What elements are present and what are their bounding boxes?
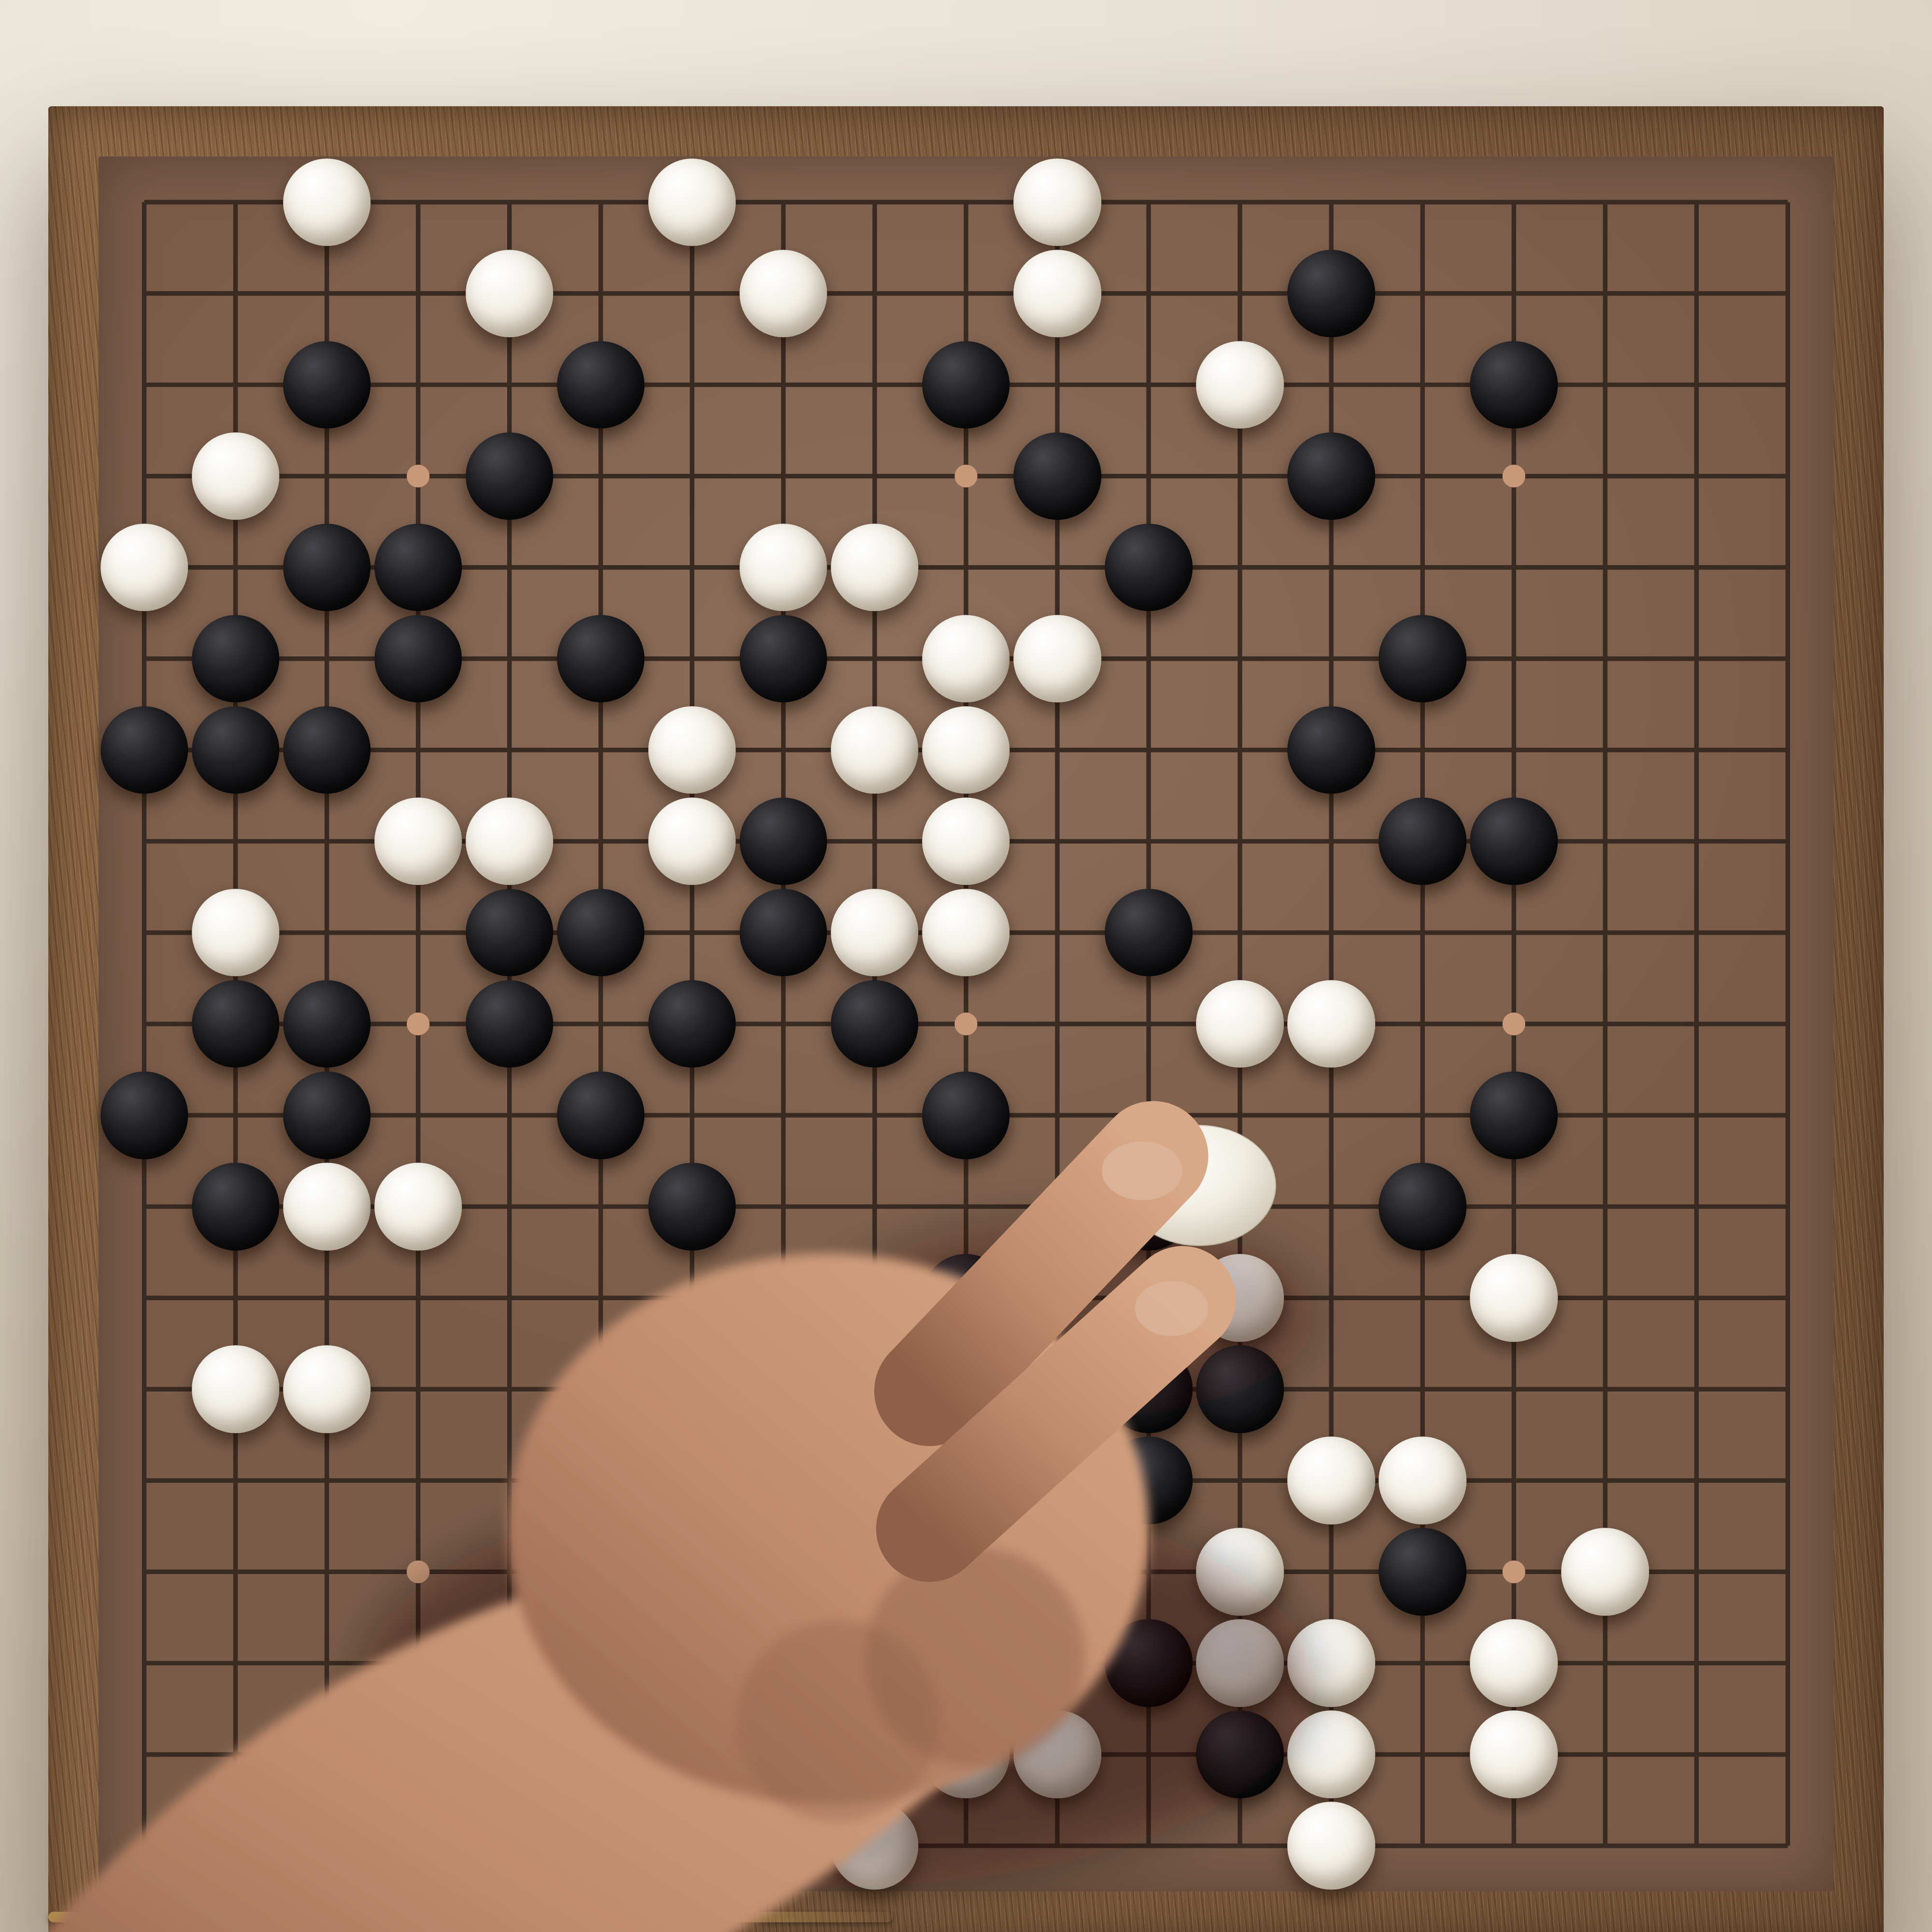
black-stone [1013,1437,1101,1524]
black-stone [100,706,188,794]
white-stone [1287,1711,1375,1798]
white-stone [1196,1254,1283,1341]
white-stone [831,524,918,611]
white-stone [283,1163,370,1250]
white-stone [922,797,1009,885]
white-stone [922,615,1009,702]
white-stone [739,1711,827,1798]
white-stone [648,158,736,246]
white-stone [1013,158,1101,246]
black-stone [1379,797,1466,885]
black-stone [192,980,279,1067]
black-stone [192,1163,279,1250]
white-stone [466,797,553,885]
black-stone [1196,1345,1283,1433]
black-stone [1470,341,1558,428]
white-stone [1470,1254,1558,1341]
white-stone [1287,1437,1375,1524]
white-stone [192,1345,279,1433]
white-stone [374,797,462,885]
black-stone [1287,706,1375,794]
black-stone [557,341,644,428]
white-stone [283,1345,370,1433]
white-stone [922,889,1009,976]
brass-inlay [48,1912,893,1922]
white-stone [1470,1711,1558,1798]
black-stone [1287,432,1375,520]
black-stone [283,524,370,611]
white-stone [831,889,918,976]
black-stone [557,1071,644,1159]
black-stone [374,524,462,611]
black-stone [1470,797,1558,885]
black-stone [1105,1437,1192,1524]
black-stone [192,706,279,794]
go-board-area [48,106,1884,1932]
black-stone [922,341,1009,428]
black-stone [466,432,553,520]
white-stone [100,524,188,611]
black-stone [466,889,553,976]
white-stone [192,432,279,520]
black-stone [1287,250,1375,337]
black-stone [557,889,644,976]
black-stone [922,1071,1009,1159]
white-stone [1287,980,1375,1067]
black-stone [1105,1619,1192,1707]
black-stone [283,341,370,428]
white-stone [1470,1619,1558,1707]
white-stone [1287,1802,1375,1889]
black-stone [922,1254,1009,1341]
black-stone [1105,889,1192,976]
white-stone [739,524,827,611]
black-stone [374,615,462,702]
black-stone [648,980,736,1067]
white-stone [1013,250,1101,337]
white-stone [648,797,736,885]
white-stone [1196,341,1283,428]
white-stone [1562,1528,1649,1616]
white-stone [831,706,918,794]
white-stone [922,1619,1009,1707]
white-stone [1379,1437,1466,1524]
black-stone [739,889,827,976]
black-stone [283,1711,370,1798]
white-stone [1196,1619,1283,1707]
black-stone [192,615,279,702]
white-stone [648,706,736,794]
black-stone [739,615,827,702]
black-stone [283,980,370,1067]
black-stone [557,615,644,702]
photo-scene: Overhead photograph of a mid-game go pos… [0,0,1932,1932]
white-stone [831,1802,918,1889]
white-stone [1013,1711,1101,1798]
white-stone [1013,615,1101,702]
white-stone [1196,980,1283,1067]
white-stone [192,889,279,976]
go-board[interactable] [99,156,1833,1891]
black-stone [100,1071,188,1159]
white-stone [466,250,553,337]
white-stone [739,1528,827,1616]
black-stone [1196,1711,1283,1798]
black-stone [1379,1163,1466,1250]
white-stone [831,1528,918,1616]
black-stone [1013,1528,1101,1616]
black-stone [1105,1345,1192,1433]
white-stone [739,250,827,337]
black-stone [1470,1071,1558,1159]
white-stone [922,706,1009,794]
black-stone [466,980,553,1067]
black-stone [1105,524,1192,611]
black-stone [1013,432,1101,520]
black-stone [1379,615,1466,702]
white-stone [922,1711,1009,1798]
white-stone [1196,1528,1283,1616]
black-stone [1379,1528,1466,1616]
black-stone [831,980,918,1067]
white-stone [283,158,370,246]
stones-layer [99,156,1833,1891]
go-board-frame [48,106,1884,1932]
black-stone [739,797,827,885]
white-stone [374,1163,462,1250]
white-stone [1287,1619,1375,1707]
black-stone [648,1163,736,1250]
black-stone [283,706,370,794]
white-stone [831,1619,918,1707]
black-stone [283,1071,370,1159]
black-stone [831,1437,918,1524]
black-stone [1105,1163,1192,1250]
